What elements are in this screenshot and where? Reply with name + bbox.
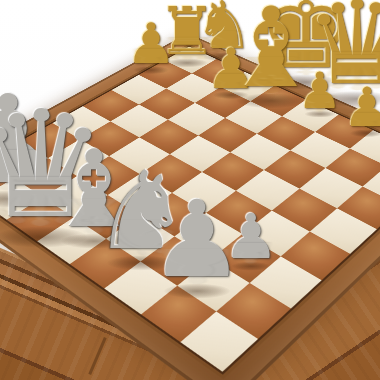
silver-pawn-icon: ♟ xyxy=(149,187,244,293)
gold-pawn-icon: ♟ xyxy=(126,16,176,72)
gold-pawn-icon: ♟ xyxy=(343,81,380,135)
chess-table-photo: ♞♜♟♚♟♛♝♟♟♟♛♝♞♟♟ xyxy=(0,0,380,380)
pieces-layer: ♞♜♟♚♟♛♝♟♟♟♛♝♞♟♟ xyxy=(0,0,380,380)
gold-pawn-icon: ♟ xyxy=(298,66,343,116)
